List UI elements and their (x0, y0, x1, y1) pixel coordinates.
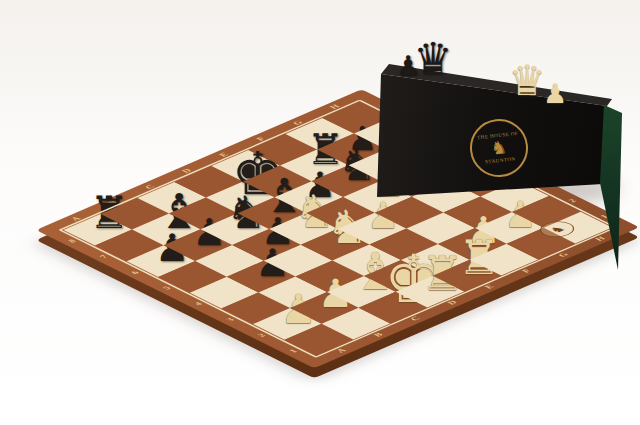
knight-icon: ♞ (490, 138, 508, 158)
product-photo-stage: ABCDEFGH8♜87♝♚♜♟76♟♟♞♝♟♞65♟♞♟54♟♞♟4332♟♟… (0, 0, 640, 425)
logo-text-bottom: STAUNTON (485, 156, 516, 164)
captured-black-queen: ♛ (413, 37, 452, 81)
captured-white-queen: ♛ (508, 60, 546, 102)
captured-white-pawn: ♟ (543, 80, 567, 107)
